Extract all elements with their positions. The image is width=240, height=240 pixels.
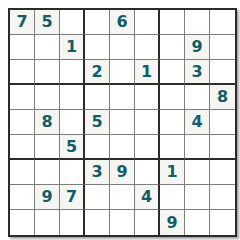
cell-r5c5[interactable]	[110, 110, 135, 135]
cell-r2c3[interactable]: 1	[60, 35, 85, 60]
cell-r1c9[interactable]	[210, 10, 235, 35]
cell-r3c3[interactable]	[60, 60, 85, 85]
cell-r8c3[interactable]: 7	[60, 185, 85, 210]
cell-r4c5[interactable]	[110, 85, 135, 110]
cell-r1c3[interactable]	[60, 10, 85, 35]
cell-r1c6[interactable]	[135, 10, 160, 35]
cell-r7c4[interactable]: 3	[85, 160, 110, 185]
cell-r7c8[interactable]	[185, 160, 210, 185]
cell-r7c6[interactable]	[135, 160, 160, 185]
cell-r2c6[interactable]	[135, 35, 160, 60]
sudoku-board: 75619213885453919749	[8, 8, 237, 237]
cell-r7c1[interactable]	[10, 160, 35, 185]
cell-r2c5[interactable]	[110, 35, 135, 60]
cell-r6c8[interactable]	[185, 135, 210, 160]
cell-r9c9[interactable]	[210, 210, 235, 235]
cell-r2c2[interactable]	[35, 35, 60, 60]
cell-r3c9[interactable]	[210, 60, 235, 85]
cell-r8c2[interactable]: 9	[35, 185, 60, 210]
cell-r2c8[interactable]: 9	[185, 35, 210, 60]
cell-r1c1[interactable]: 7	[10, 10, 35, 35]
cell-r9c6[interactable]	[135, 210, 160, 235]
cell-r5c8[interactable]: 4	[185, 110, 210, 135]
cell-r9c3[interactable]	[60, 210, 85, 235]
cell-r8c9[interactable]	[210, 185, 235, 210]
cell-r5c6[interactable]	[135, 110, 160, 135]
cell-r5c7[interactable]	[160, 110, 185, 135]
cell-r9c5[interactable]	[110, 210, 135, 235]
cell-r9c1[interactable]	[10, 210, 35, 235]
cell-r6c5[interactable]	[110, 135, 135, 160]
cell-r5c3[interactable]	[60, 110, 85, 135]
cell-r6c4[interactable]	[85, 135, 110, 160]
cell-r7c5[interactable]: 9	[110, 160, 135, 185]
cell-r4c2[interactable]	[35, 85, 60, 110]
cell-r4c8[interactable]	[185, 85, 210, 110]
cell-r8c7[interactable]	[160, 185, 185, 210]
cell-r9c2[interactable]	[35, 210, 60, 235]
cell-r2c9[interactable]	[210, 35, 235, 60]
cell-r5c9[interactable]	[210, 110, 235, 135]
cell-r4c4[interactable]	[85, 85, 110, 110]
cell-r3c1[interactable]	[10, 60, 35, 85]
cell-r8c8[interactable]	[185, 185, 210, 210]
cell-r6c3[interactable]: 5	[60, 135, 85, 160]
cell-r7c3[interactable]	[60, 160, 85, 185]
cell-r8c4[interactable]	[85, 185, 110, 210]
cell-r5c4[interactable]: 5	[85, 110, 110, 135]
cell-r2c1[interactable]	[10, 35, 35, 60]
cell-r1c4[interactable]	[85, 10, 110, 35]
cell-r6c1[interactable]	[10, 135, 35, 160]
cell-r4c9[interactable]: 8	[210, 85, 235, 110]
cell-r1c5[interactable]: 6	[110, 10, 135, 35]
cell-r3c2[interactable]	[35, 60, 60, 85]
cell-r4c1[interactable]	[10, 85, 35, 110]
cell-r5c2[interactable]: 8	[35, 110, 60, 135]
cell-r7c2[interactable]	[35, 160, 60, 185]
cell-r3c4[interactable]: 2	[85, 60, 110, 85]
cell-r3c8[interactable]: 3	[185, 60, 210, 85]
cell-r2c4[interactable]	[85, 35, 110, 60]
cell-r8c1[interactable]	[10, 185, 35, 210]
cell-r6c6[interactable]	[135, 135, 160, 160]
cell-r2c7[interactable]	[160, 35, 185, 60]
cell-r1c7[interactable]	[160, 10, 185, 35]
cell-r8c5[interactable]	[110, 185, 135, 210]
cell-r9c7[interactable]: 9	[160, 210, 185, 235]
cell-r3c6[interactable]: 1	[135, 60, 160, 85]
cell-r6c9[interactable]	[210, 135, 235, 160]
cell-r4c6[interactable]	[135, 85, 160, 110]
cell-r4c7[interactable]	[160, 85, 185, 110]
cell-r8c6[interactable]: 4	[135, 185, 160, 210]
cell-r1c2[interactable]: 5	[35, 10, 60, 35]
cell-r5c1[interactable]	[10, 110, 35, 135]
cell-r1c8[interactable]	[185, 10, 210, 35]
cell-r9c8[interactable]	[185, 210, 210, 235]
cell-r7c9[interactable]	[210, 160, 235, 185]
cell-r6c2[interactable]	[35, 135, 60, 160]
cell-r3c5[interactable]	[110, 60, 135, 85]
cell-r6c7[interactable]	[160, 135, 185, 160]
cell-r7c7[interactable]: 1	[160, 160, 185, 185]
cell-r9c4[interactable]	[85, 210, 110, 235]
cell-r4c3[interactable]	[60, 85, 85, 110]
cell-r3c7[interactable]	[160, 60, 185, 85]
